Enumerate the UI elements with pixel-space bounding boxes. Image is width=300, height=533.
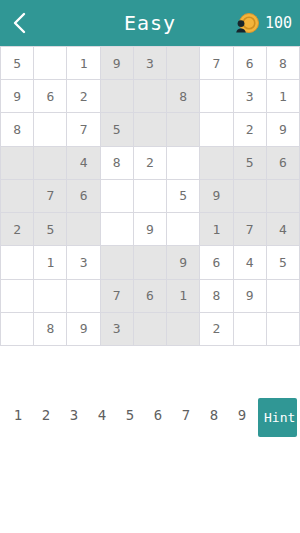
cell-r8c9[interactable] [267,280,299,312]
cell-r5c6[interactable]: 5 [167,180,199,212]
cell-r4c7[interactable] [200,147,232,179]
cell-r7c7[interactable]: 6 [200,246,232,278]
cell-r6c9[interactable]: 4 [267,213,299,245]
cell-r1c4[interactable]: 9 [101,47,133,79]
cell-r1c2[interactable] [34,47,66,79]
cell-r7c5[interactable] [134,246,166,278]
cell-r4c8[interactable]: 5 [234,147,266,179]
cell-r6c2[interactable]: 5 [34,213,66,245]
cell-r9c6[interactable] [167,313,199,345]
cell-r2c2[interactable]: 6 [34,80,66,112]
cell-r3c7[interactable] [200,113,232,145]
cell-r4c5[interactable]: 2 [134,147,166,179]
cell-r6c4[interactable] [101,213,133,245]
cell-r9c9[interactable] [267,313,299,345]
cell-r7c8[interactable]: 4 [234,246,266,278]
cell-r3c1[interactable]: 8 [1,113,33,145]
cell-r2c4[interactable] [101,80,133,112]
cell-r1c9[interactable]: 8 [267,47,299,79]
coin-count: 100 [265,14,292,32]
numpad-digit-7[interactable]: 7 [174,401,198,429]
numpad-digit-1[interactable]: 1 [6,401,30,429]
numpad-digit-9[interactable]: 9 [230,401,254,429]
cell-r4c1[interactable] [1,147,33,179]
cell-r6c5[interactable]: 9 [134,213,166,245]
cell-r3c2[interactable] [34,113,66,145]
cell-r5c2[interactable]: 7 [34,180,66,212]
cell-r3c4[interactable]: 5 [101,113,133,145]
cell-r8c7[interactable]: 8 [200,280,232,312]
cell-r3c3[interactable]: 7 [67,113,99,145]
cell-r5c1[interactable] [1,180,33,212]
cell-r9c4[interactable]: 3 [101,313,133,345]
coin-counter: 100 [235,0,292,46]
cell-r2c1[interactable]: 9 [1,80,33,112]
cell-r1c1[interactable]: 5 [1,47,33,79]
cell-r3c8[interactable]: 2 [234,113,266,145]
cell-r6c6[interactable] [167,213,199,245]
cell-r2c9[interactable]: 1 [267,80,299,112]
cell-r9c7[interactable]: 2 [200,313,232,345]
cell-r7c9[interactable]: 5 [267,246,299,278]
cell-r2c8[interactable]: 3 [234,80,266,112]
cell-r2c6[interactable]: 8 [167,80,199,112]
cell-r1c5[interactable]: 3 [134,47,166,79]
cell-r9c1[interactable] [1,313,33,345]
cell-r5c9[interactable] [267,180,299,212]
numpad-digit-3[interactable]: 3 [62,401,86,429]
hint-button[interactable]: Hint [258,398,297,437]
numpad-digit-8[interactable]: 8 [202,401,226,429]
sudoku-board: 5193768962831875294825676592591741396457… [0,46,300,346]
cell-r5c8[interactable] [234,180,266,212]
cell-r5c3[interactable]: 6 [67,180,99,212]
cell-r3c9[interactable]: 9 [267,113,299,145]
cell-r8c1[interactable] [1,280,33,312]
cell-r9c2[interactable]: 8 [34,313,66,345]
cell-r5c5[interactable] [134,180,166,212]
cell-r4c2[interactable] [34,147,66,179]
cell-r1c8[interactable]: 6 [234,47,266,79]
cell-r5c4[interactable] [101,180,133,212]
cell-r9c5[interactable] [134,313,166,345]
cell-r8c2[interactable] [34,280,66,312]
cell-r3c6[interactable] [167,113,199,145]
cell-r7c2[interactable]: 1 [34,246,66,278]
cell-r4c6[interactable] [167,147,199,179]
cell-r1c6[interactable] [167,47,199,79]
cell-r6c3[interactable] [67,213,99,245]
header: Easy 100 [0,0,300,46]
numpad-digit-6[interactable]: 6 [146,401,170,429]
cell-r4c9[interactable]: 6 [267,147,299,179]
cell-r8c3[interactable] [67,280,99,312]
cell-r7c1[interactable] [1,246,33,278]
coin-with-person-icon [235,11,260,36]
numpad-digit-5[interactable]: 5 [118,401,142,429]
cell-r9c3[interactable]: 9 [67,313,99,345]
cell-r5c7[interactable]: 9 [200,180,232,212]
cell-r8c5[interactable]: 6 [134,280,166,312]
cell-r6c1[interactable]: 2 [1,213,33,245]
cell-r3c5[interactable] [134,113,166,145]
sudoku-app: Easy 100 5193768962831875294825676592591… [0,0,300,533]
cell-r2c7[interactable] [200,80,232,112]
cell-r7c6[interactable]: 9 [167,246,199,278]
numpad-digit-2[interactable]: 2 [34,401,58,429]
cell-r1c7[interactable]: 7 [200,47,232,79]
cell-r2c5[interactable] [134,80,166,112]
cell-r9c8[interactable] [234,313,266,345]
cell-r8c4[interactable]: 7 [101,280,133,312]
cell-r4c3[interactable]: 4 [67,147,99,179]
numpad-digit-4[interactable]: 4 [90,401,114,429]
cell-r7c4[interactable] [101,246,133,278]
cell-r8c8[interactable]: 9 [234,280,266,312]
cell-r4c4[interactable]: 8 [101,147,133,179]
cell-r6c8[interactable]: 7 [234,213,266,245]
cell-r6c7[interactable]: 1 [200,213,232,245]
cell-r2c3[interactable]: 2 [67,80,99,112]
cell-r8c6[interactable]: 1 [167,280,199,312]
cell-r1c3[interactable]: 1 [67,47,99,79]
cell-r7c3[interactable]: 3 [67,246,99,278]
number-pad: 123456789 [6,401,254,429]
